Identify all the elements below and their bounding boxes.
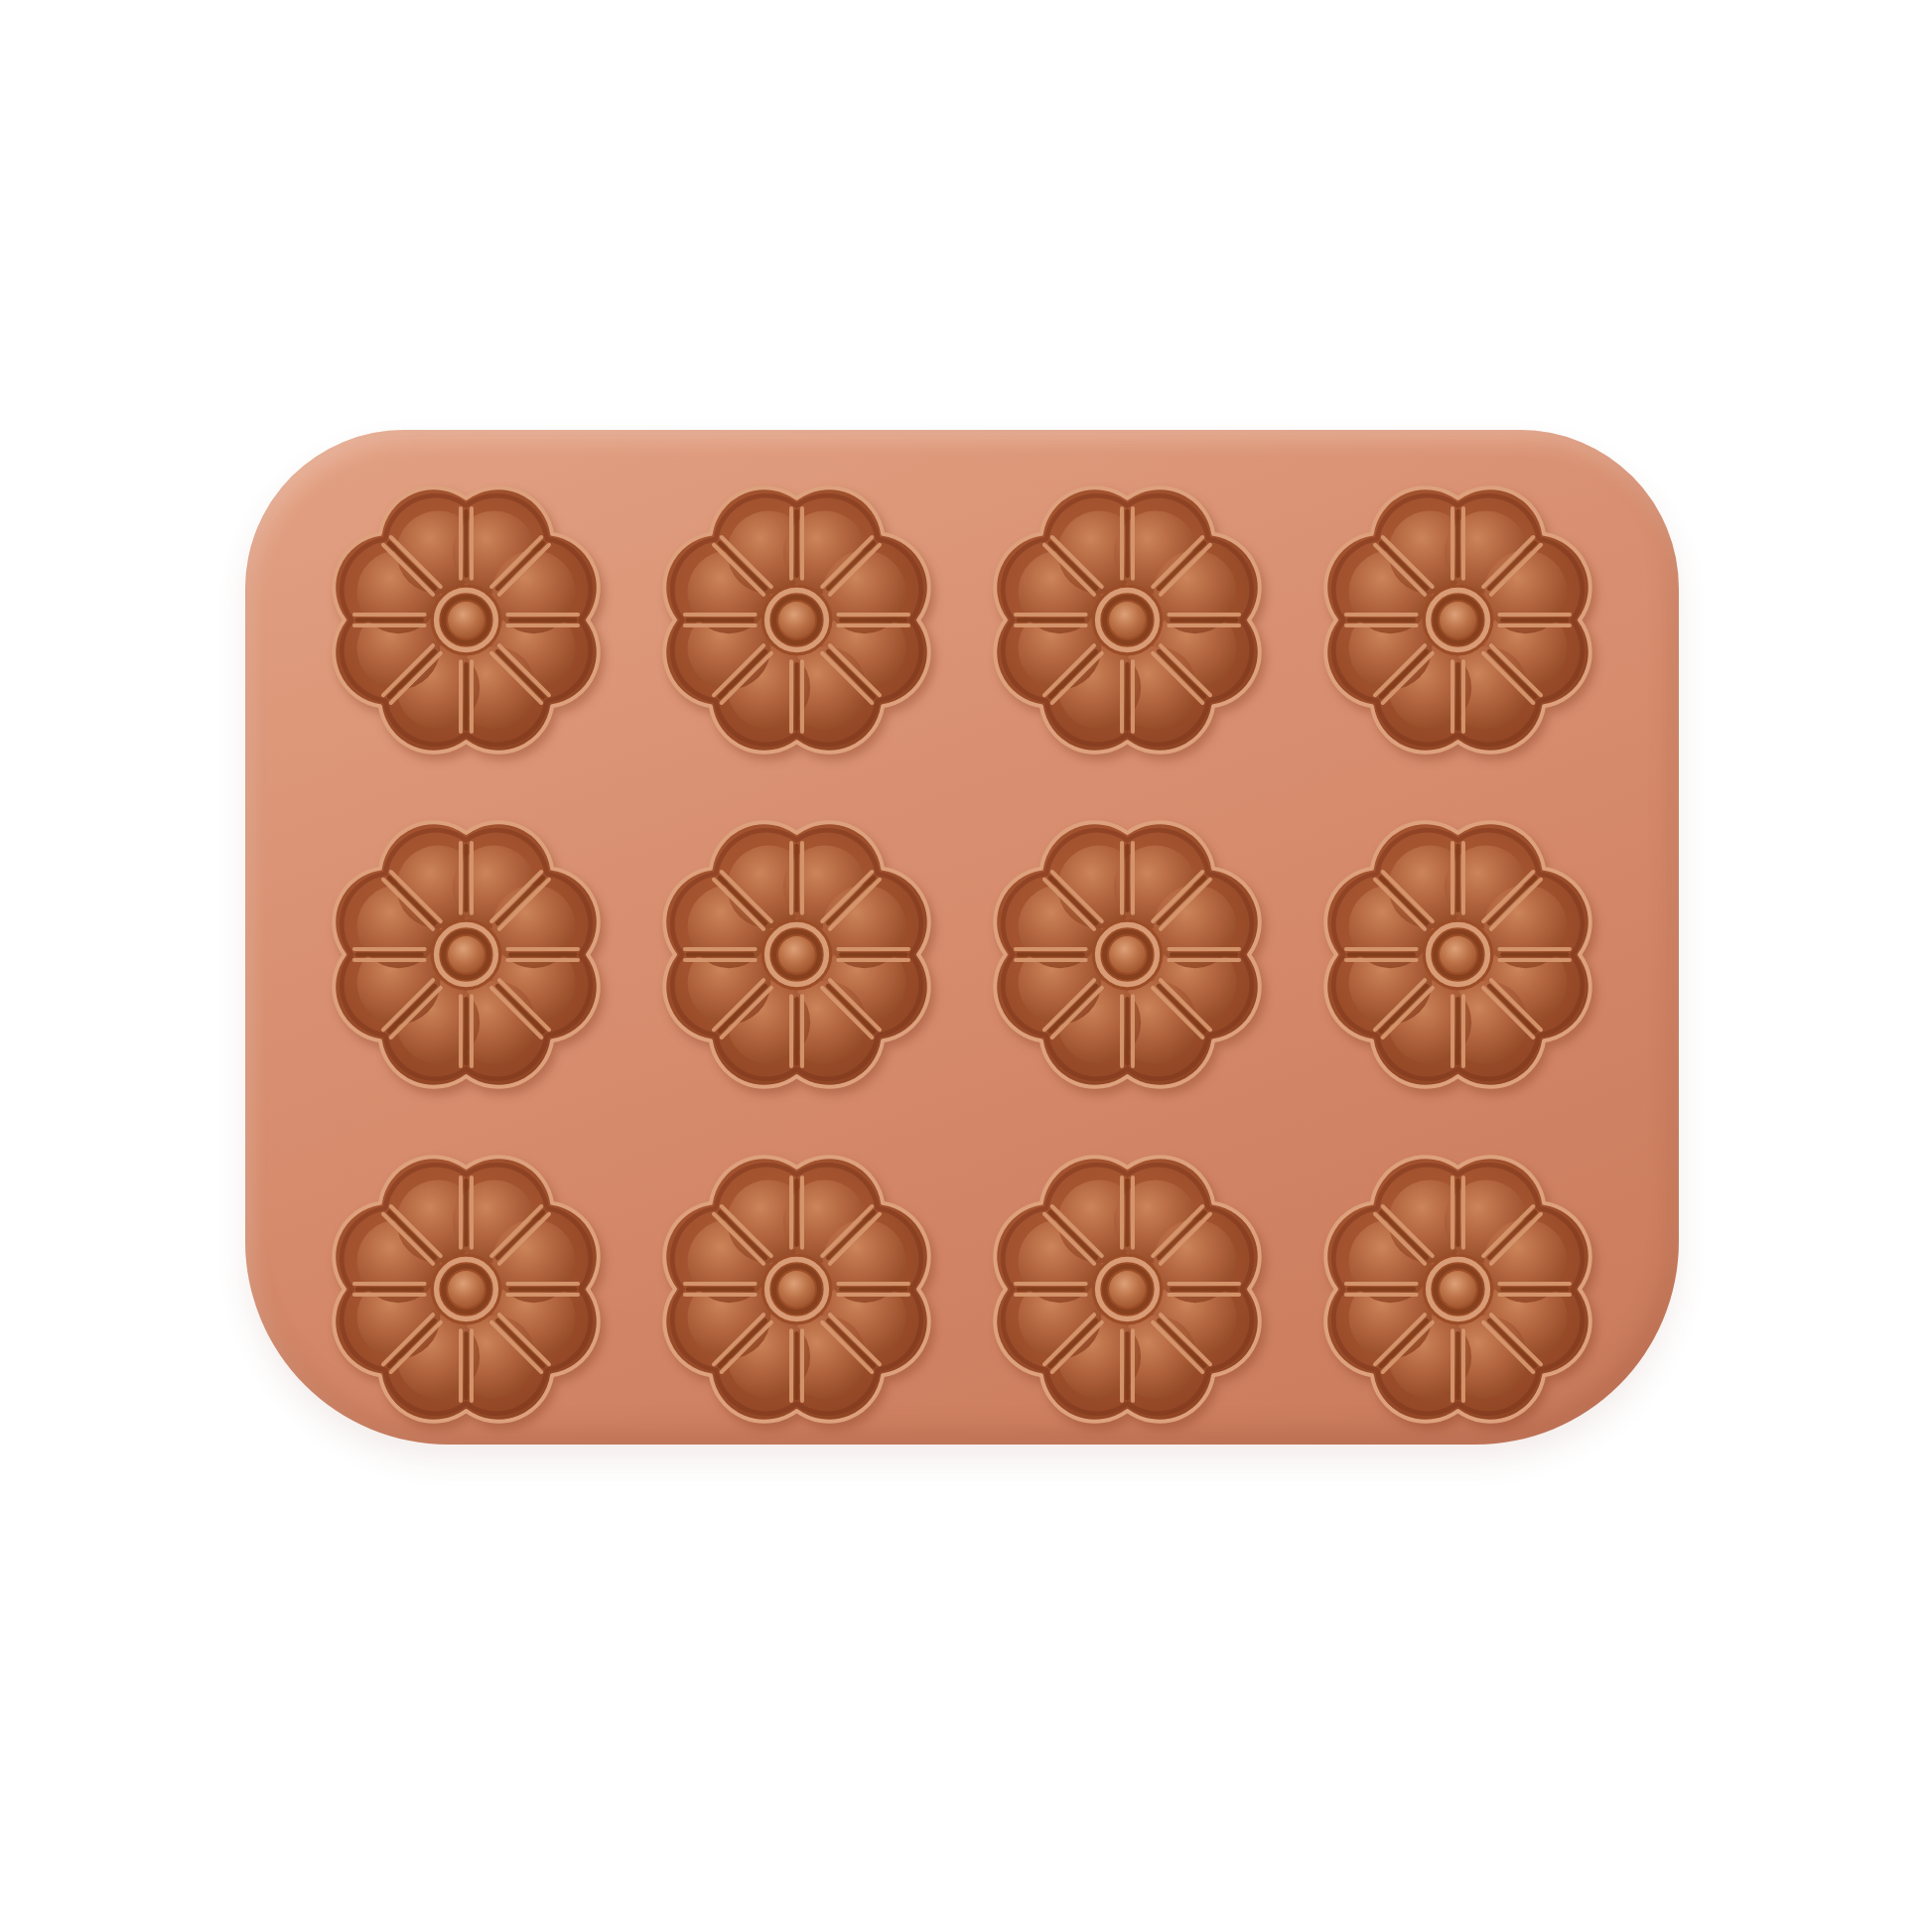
cavity-r1c4 bbox=[1316, 479, 1599, 761]
bundt-cavity-graphic bbox=[655, 479, 938, 761]
bundt-cavity-graphic bbox=[325, 1148, 608, 1431]
cavity-r1c3 bbox=[986, 479, 1269, 761]
bundt-cavity-graphic bbox=[986, 1148, 1269, 1431]
bundt-cavity-graphic bbox=[325, 813, 608, 1096]
bundt-cavity-graphic bbox=[655, 813, 938, 1096]
cavity-r2c2 bbox=[655, 813, 938, 1096]
product-photo-canvas bbox=[0, 0, 1932, 1932]
bundt-cavity-graphic bbox=[986, 479, 1269, 761]
bundt-cavity-graphic bbox=[1316, 813, 1599, 1096]
bundt-cavity-graphic bbox=[325, 479, 608, 761]
bundt-pan bbox=[245, 430, 1679, 1445]
bundt-cavity-graphic bbox=[1316, 479, 1599, 761]
cavity-r2c3 bbox=[986, 813, 1269, 1096]
cavity-r3c1 bbox=[325, 1148, 608, 1431]
cavity-grid bbox=[325, 479, 1599, 1431]
cavity-r2c4 bbox=[1316, 813, 1599, 1096]
bundt-cavity-graphic bbox=[1316, 1148, 1599, 1431]
cavity-r1c1 bbox=[325, 479, 608, 761]
cavity-r2c1 bbox=[325, 813, 608, 1096]
bundt-cavity-graphic bbox=[986, 813, 1269, 1096]
cavity-r1c2 bbox=[655, 479, 938, 761]
cavity-r3c2 bbox=[655, 1148, 938, 1431]
cavity-r3c4 bbox=[1316, 1148, 1599, 1431]
cavity-r3c3 bbox=[986, 1148, 1269, 1431]
bundt-cavity-graphic bbox=[655, 1148, 938, 1431]
